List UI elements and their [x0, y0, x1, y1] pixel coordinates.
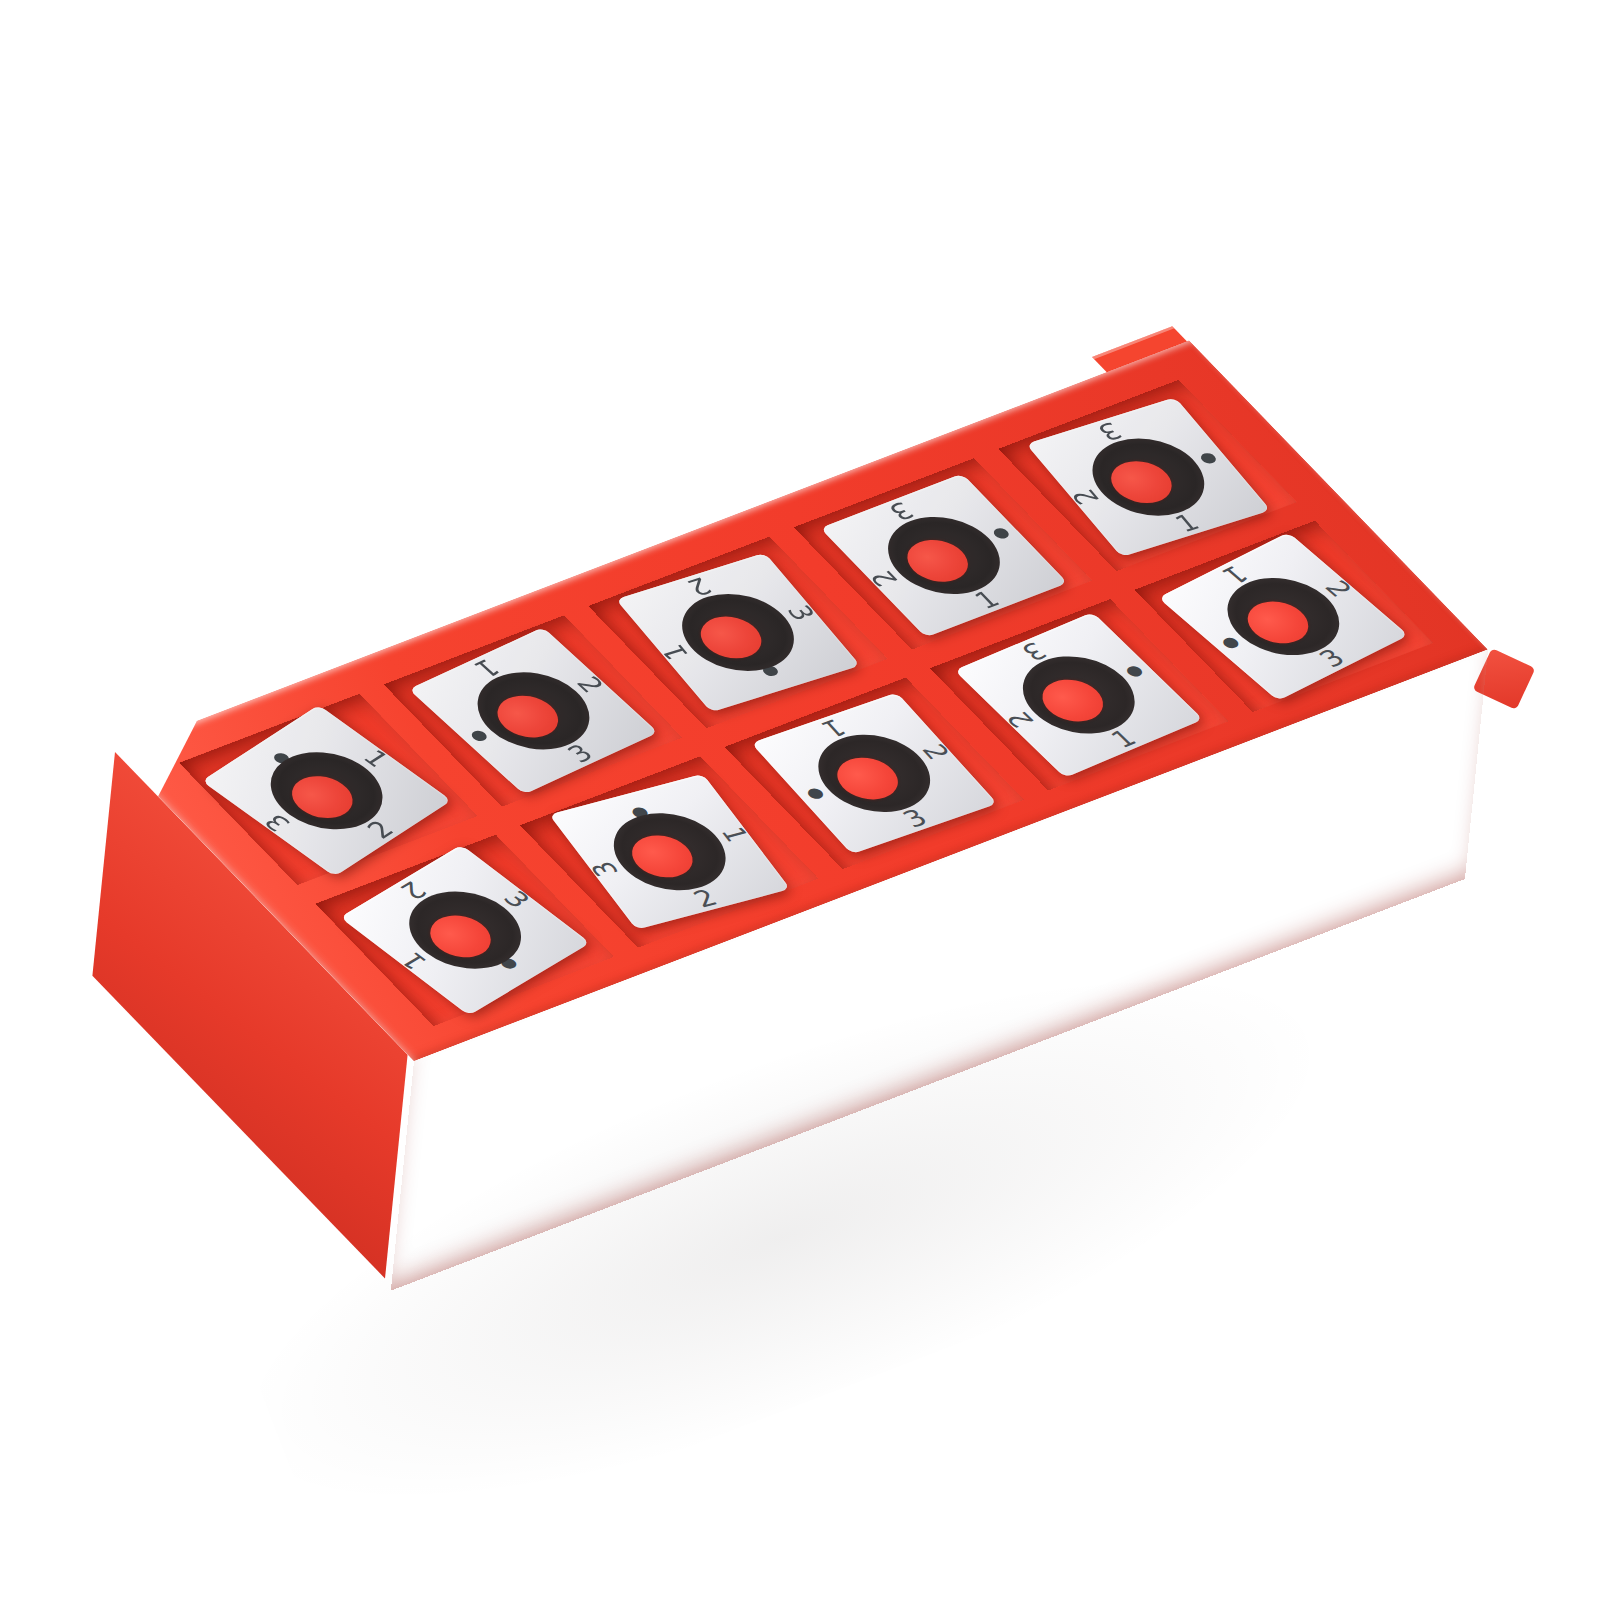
insert-edge-mark: 1 — [716, 824, 753, 844]
insert-ring — [796, 722, 951, 824]
insert-hole — [1236, 593, 1322, 651]
insert-edge-mark: 1 — [656, 642, 693, 663]
carbide-insert: • 1 2 3 — [201, 705, 451, 877]
carbide-insert: 3 • 1 2 — [820, 474, 1068, 638]
insert-ring — [661, 582, 815, 683]
carbide-insert: 3 • 1 2 — [955, 612, 1204, 778]
insert-edge-mark: 3 — [586, 859, 623, 879]
insert-ring — [1072, 427, 1226, 528]
carbide-insert: 2 3 • 1 — [340, 845, 590, 1016]
carbide-insert: 2 3 • 1 — [616, 553, 860, 712]
insert-edge-mark: 3 — [782, 602, 819, 623]
insert-ring — [593, 803, 745, 901]
carbide-insert: 1 2 3 • — [408, 627, 658, 794]
insert-hole — [1100, 455, 1184, 510]
insert-edge-mark: 1 — [1170, 510, 1204, 535]
insert-hole — [825, 751, 909, 806]
insert-ring — [866, 504, 1022, 607]
carbide-insert: 3 • 1 2 — [1026, 397, 1270, 556]
insert-hole — [689, 610, 773, 665]
insert-hole — [1030, 672, 1115, 729]
insert-hole — [621, 830, 704, 883]
carbide-insert: 1 2 3 • — [1159, 532, 1409, 701]
carbide-insert: 1 2 3 • — [751, 693, 997, 855]
carbide-insert: • 1 2 3 — [549, 774, 790, 930]
insert-hole — [895, 533, 980, 589]
insert-edge-mark: 2 — [688, 886, 721, 911]
product-photo: • 1 2 3 1 2 3 • 2 3 — [0, 0, 1600, 1600]
